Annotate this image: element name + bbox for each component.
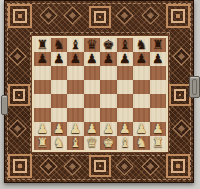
square-f1: ♝ (117, 136, 134, 150)
square-d5 (84, 80, 101, 94)
piece-white-pawn: ♟ (53, 122, 65, 135)
piece-white-pawn: ♟ (119, 122, 131, 135)
square-f7: ♟ (117, 52, 134, 66)
square-c5 (67, 80, 84, 94)
right-latch-clasp-icon (189, 76, 200, 98)
square-c6 (67, 66, 84, 80)
square-h5 (150, 80, 167, 94)
square-h1: ♜ (150, 136, 167, 150)
square-d7: ♟ (84, 52, 101, 66)
square-c4 (67, 94, 84, 108)
piece-black-king: ♚ (102, 38, 114, 51)
square-b7: ♟ (51, 52, 68, 66)
piece-black-queen: ♛ (86, 38, 98, 51)
piece-white-pawn: ♟ (36, 122, 48, 135)
corner-medallion-top-right-icon (166, 4, 190, 28)
mid-medallion-right-icon (169, 84, 191, 106)
square-d4 (84, 94, 101, 108)
square-d6 (84, 66, 101, 80)
square-a7: ♟ (34, 52, 51, 66)
square-g4 (133, 94, 150, 108)
piece-white-pawn: ♟ (152, 122, 164, 135)
piece-white-pawn: ♟ (69, 122, 81, 135)
piece-black-rook: ♜ (36, 38, 48, 51)
piece-black-pawn: ♟ (53, 52, 65, 65)
square-a5 (34, 80, 51, 94)
mid-medallion-bottom-icon (89, 155, 111, 177)
square-f4 (117, 94, 134, 108)
square-d1: ♛ (84, 136, 101, 150)
square-f5 (117, 80, 134, 94)
piece-white-rook: ♜ (36, 136, 48, 149)
piece-black-pawn: ♟ (86, 52, 98, 65)
square-c7: ♟ (67, 52, 84, 66)
piece-white-pawn: ♟ (135, 122, 147, 135)
mid-medallion-left-icon (8, 84, 30, 106)
square-g1: ♞ (133, 136, 150, 150)
piece-black-bishop: ♝ (119, 38, 131, 51)
piece-black-rook: ♜ (152, 38, 164, 51)
square-e1: ♚ (100, 136, 117, 150)
left-hinge-clasp-icon (1, 95, 8, 115)
square-a4 (34, 94, 51, 108)
square-g5 (133, 80, 150, 94)
piece-black-knight: ♞ (53, 38, 65, 51)
piece-white-pawn: ♟ (102, 122, 114, 135)
square-h6 (150, 66, 167, 80)
piece-white-king: ♚ (102, 136, 114, 149)
board-playing-area: ♜♞♝♛♚♝♞♜♟♟♟♟♟♟♟♟♟♟♟♟♟♟♟♟♜♞♝♛♚♝♞♜ (32, 36, 168, 152)
square-h7: ♟ (150, 52, 167, 66)
square-b5 (51, 80, 68, 94)
square-a1: ♜ (34, 136, 51, 150)
square-g6 (133, 66, 150, 80)
photo-background: ♜♞♝♛♚♝♞♜♟♟♟♟♟♟♟♟♟♟♟♟♟♟♟♟♜♞♝♛♚♝♞♜ (0, 0, 200, 189)
corner-medallion-bottom-left-icon (8, 154, 32, 178)
square-h4 (150, 94, 167, 108)
piece-white-queen: ♛ (86, 136, 98, 149)
chess-board: ♜♞♝♛♚♝♞♜♟♟♟♟♟♟♟♟♟♟♟♟♟♟♟♟♜♞♝♛♚♝♞♜ (34, 38, 166, 150)
piece-black-pawn: ♟ (135, 52, 147, 65)
piece-white-knight: ♞ (53, 136, 65, 149)
piece-white-bishop: ♝ (69, 136, 81, 149)
piece-white-knight: ♞ (135, 136, 147, 149)
piece-white-bishop: ♝ (119, 136, 131, 149)
square-c1: ♝ (67, 136, 84, 150)
wooden-chess-box: ♜♞♝♛♚♝♞♜♟♟♟♟♟♟♟♟♟♟♟♟♟♟♟♟♜♞♝♛♚♝♞♜ (4, 0, 194, 183)
square-a6 (34, 66, 51, 80)
piece-black-knight: ♞ (135, 38, 147, 51)
square-e4 (100, 94, 117, 108)
square-b6 (51, 66, 68, 80)
piece-white-rook: ♜ (152, 136, 164, 149)
square-e7: ♟ (100, 52, 117, 66)
corner-medallion-bottom-right-icon (166, 154, 190, 178)
square-b1: ♞ (51, 136, 68, 150)
piece-white-pawn: ♟ (86, 122, 98, 135)
square-g7: ♟ (133, 52, 150, 66)
mid-medallion-top-icon (89, 6, 111, 28)
square-e5 (100, 80, 117, 94)
piece-black-pawn: ♟ (69, 52, 81, 65)
square-e6 (100, 66, 117, 80)
piece-black-pawn: ♟ (152, 52, 164, 65)
square-f6 (117, 66, 134, 80)
piece-black-pawn: ♟ (102, 52, 114, 65)
piece-black-pawn: ♟ (36, 52, 48, 65)
square-b4 (51, 94, 68, 108)
corner-medallion-top-left-icon (8, 4, 32, 28)
piece-black-pawn: ♟ (119, 52, 131, 65)
piece-black-bishop: ♝ (69, 38, 81, 51)
